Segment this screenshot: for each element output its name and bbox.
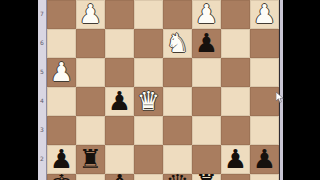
square-a7[interactable] <box>47 0 76 29</box>
piece-black-rook-b2[interactable]: ♜ <box>79 145 102 174</box>
square-b2[interactable]: ♜ <box>76 145 105 174</box>
square-e4[interactable] <box>163 87 192 116</box>
square-h2[interactable]: ♟ <box>250 145 279 174</box>
mouse-cursor <box>276 92 284 103</box>
square-d2[interactable] <box>134 145 163 174</box>
piece-black-queen-e1[interactable]: ♛ <box>166 170 189 180</box>
square-a3[interactable] <box>47 116 76 145</box>
square-e7[interactable] <box>163 0 192 29</box>
piece-white-pawn-h7[interactable]: ♟ <box>253 0 276 29</box>
square-f6[interactable]: ♟ <box>192 29 221 58</box>
video-frame: 765432 ♟♟♟♞♟♟♟♛♟♜♟♟♚♝♛♜ <box>0 0 320 180</box>
square-g4[interactable] <box>221 87 250 116</box>
square-f7[interactable]: ♟ <box>192 0 221 29</box>
rank-coordinates-strip: 765432 <box>38 0 47 180</box>
piece-white-queen-d4[interactable]: ♛ <box>137 87 160 116</box>
square-g1[interactable] <box>221 174 250 180</box>
square-a1[interactable]: ♚ <box>47 174 76 180</box>
piece-black-pawn-c4[interactable]: ♟ <box>108 87 131 116</box>
square-h1[interactable] <box>250 174 279 180</box>
piece-black-pawn-f6[interactable]: ♟ <box>195 29 218 58</box>
piece-black-pawn-g2[interactable]: ♟ <box>224 145 247 174</box>
square-b5[interactable] <box>76 58 105 87</box>
square-b1[interactable] <box>76 174 105 180</box>
square-g5[interactable] <box>221 58 250 87</box>
square-e5[interactable] <box>163 58 192 87</box>
square-e1[interactable]: ♛ <box>163 174 192 180</box>
square-c4[interactable]: ♟ <box>105 87 134 116</box>
square-d7[interactable] <box>134 0 163 29</box>
square-c3[interactable] <box>105 116 134 145</box>
rank-label-6: 6 <box>38 40 46 46</box>
square-g6[interactable] <box>221 29 250 58</box>
square-g3[interactable] <box>221 116 250 145</box>
piece-black-bishop-c1[interactable]: ♝ <box>108 170 131 180</box>
square-c5[interactable] <box>105 58 134 87</box>
square-f5[interactable] <box>192 58 221 87</box>
square-f3[interactable] <box>192 116 221 145</box>
chess-board[interactable]: ♟♟♟♞♟♟♟♛♟♜♟♟♚♝♛♜ <box>47 0 279 180</box>
window-edge-strip <box>279 0 283 180</box>
square-h5[interactable] <box>250 58 279 87</box>
square-b7[interactable]: ♟ <box>76 0 105 29</box>
square-a4[interactable] <box>47 87 76 116</box>
piece-black-king-a1[interactable]: ♚ <box>50 170 73 180</box>
square-f1[interactable]: ♜ <box>192 174 221 180</box>
rank-label-7: 7 <box>38 11 46 17</box>
square-g7[interactable] <box>221 0 250 29</box>
rank-label-3: 3 <box>38 127 46 133</box>
square-d4[interactable]: ♛ <box>134 87 163 116</box>
square-d3[interactable] <box>134 116 163 145</box>
piece-white-pawn-a5[interactable]: ♟ <box>50 58 73 87</box>
rank-label-2: 2 <box>38 156 46 162</box>
square-h4[interactable] <box>250 87 279 116</box>
square-b4[interactable] <box>76 87 105 116</box>
square-d1[interactable] <box>134 174 163 180</box>
square-c7[interactable] <box>105 0 134 29</box>
piece-black-pawn-h2[interactable]: ♟ <box>253 145 276 174</box>
square-a6[interactable] <box>47 29 76 58</box>
square-f4[interactable] <box>192 87 221 116</box>
square-e3[interactable] <box>163 116 192 145</box>
square-d6[interactable] <box>134 29 163 58</box>
piece-white-pawn-b7[interactable]: ♟ <box>79 0 102 29</box>
piece-white-knight-e6[interactable]: ♞ <box>166 29 189 58</box>
rank-label-4: 4 <box>38 98 46 104</box>
square-h3[interactable] <box>250 116 279 145</box>
square-d5[interactable] <box>134 58 163 87</box>
square-h7[interactable]: ♟ <box>250 0 279 29</box>
square-g2[interactable]: ♟ <box>221 145 250 174</box>
rank-label-5: 5 <box>38 69 46 75</box>
square-e6[interactable]: ♞ <box>163 29 192 58</box>
square-c1[interactable]: ♝ <box>105 174 134 180</box>
square-b6[interactable] <box>76 29 105 58</box>
piece-black-rook-f1[interactable]: ♜ <box>195 170 218 180</box>
piece-white-pawn-f7[interactable]: ♟ <box>195 0 218 29</box>
square-b3[interactable] <box>76 116 105 145</box>
square-c6[interactable] <box>105 29 134 58</box>
square-a5[interactable]: ♟ <box>47 58 76 87</box>
square-h6[interactable] <box>250 29 279 58</box>
